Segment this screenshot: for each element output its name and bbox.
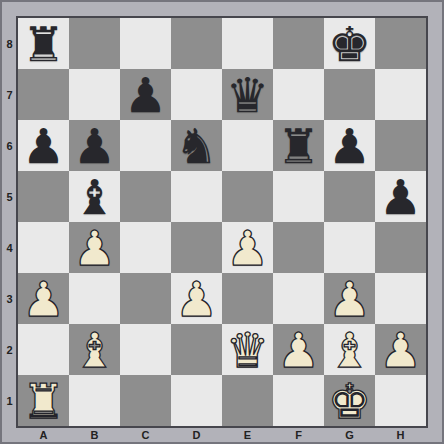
- square-a6[interactable]: ♟: [18, 120, 69, 171]
- square-a3[interactable]: ♟: [18, 273, 69, 324]
- square-g3[interactable]: ♟: [324, 273, 375, 324]
- square-d7[interactable]: [171, 69, 222, 120]
- piece-black-pawn[interactable]: ♟: [328, 121, 371, 171]
- file-label-b: B: [69, 427, 120, 442]
- square-b3[interactable]: [69, 273, 120, 324]
- square-g6[interactable]: ♟: [324, 120, 375, 171]
- rank-label-6: 6: [3, 120, 16, 171]
- file-label-c: C: [120, 427, 171, 442]
- square-b7[interactable]: [69, 69, 120, 120]
- rank-label-2: 2: [3, 324, 16, 375]
- square-c8[interactable]: [120, 18, 171, 69]
- piece-white-bishop[interactable]: ♝: [328, 325, 371, 375]
- piece-white-pawn[interactable]: ♟: [73, 223, 116, 273]
- piece-black-pawn[interactable]: ♟: [73, 121, 116, 171]
- square-e1[interactable]: [222, 375, 273, 426]
- rank-label-4: 4: [3, 222, 16, 273]
- square-e6[interactable]: [222, 120, 273, 171]
- square-f5[interactable]: [273, 171, 324, 222]
- square-c7[interactable]: ♟: [120, 69, 171, 120]
- piece-black-bishop[interactable]: ♝: [73, 172, 116, 222]
- square-e4[interactable]: ♟: [222, 222, 273, 273]
- chess-diagram: ♜♚♟♛♟♟♞♜♟♝♟♟♟♟♟♟♝♛♟♝♟♜♚ 87654321 ABCDEFG…: [0, 0, 444, 444]
- square-a2[interactable]: [18, 324, 69, 375]
- piece-white-bishop[interactable]: ♝: [73, 325, 116, 375]
- square-a5[interactable]: [18, 171, 69, 222]
- piece-white-pawn[interactable]: ♟: [226, 223, 269, 273]
- piece-white-king[interactable]: ♚: [328, 376, 371, 426]
- square-b5[interactable]: ♝: [69, 171, 120, 222]
- square-b6[interactable]: ♟: [69, 120, 120, 171]
- file-label-g: G: [324, 427, 375, 442]
- square-a8[interactable]: ♜: [18, 18, 69, 69]
- square-g4[interactable]: [324, 222, 375, 273]
- piece-black-rook[interactable]: ♜: [277, 121, 320, 171]
- square-h6[interactable]: [375, 120, 426, 171]
- piece-black-queen[interactable]: ♛: [226, 70, 269, 120]
- square-d2[interactable]: [171, 324, 222, 375]
- square-g1[interactable]: ♚: [324, 375, 375, 426]
- rank-label-5: 5: [3, 171, 16, 222]
- square-b1[interactable]: [69, 375, 120, 426]
- square-c6[interactable]: [120, 120, 171, 171]
- rank-label-7: 7: [3, 69, 16, 120]
- piece-black-pawn[interactable]: ♟: [124, 70, 167, 120]
- square-b4[interactable]: ♟: [69, 222, 120, 273]
- square-d6[interactable]: ♞: [171, 120, 222, 171]
- square-c3[interactable]: [120, 273, 171, 324]
- square-h7[interactable]: [375, 69, 426, 120]
- square-d3[interactable]: ♟: [171, 273, 222, 324]
- square-b8[interactable]: [69, 18, 120, 69]
- square-h4[interactable]: [375, 222, 426, 273]
- square-c2[interactable]: [120, 324, 171, 375]
- square-f1[interactable]: [273, 375, 324, 426]
- square-f8[interactable]: [273, 18, 324, 69]
- piece-black-pawn[interactable]: ♟: [22, 121, 65, 171]
- file-label-e: E: [222, 427, 273, 442]
- square-d1[interactable]: [171, 375, 222, 426]
- square-d5[interactable]: [171, 171, 222, 222]
- rank-label-8: 8: [3, 18, 16, 69]
- piece-white-pawn[interactable]: ♟: [328, 274, 371, 324]
- square-e3[interactable]: [222, 273, 273, 324]
- rank-label-1: 1: [3, 375, 16, 426]
- piece-black-knight[interactable]: ♞: [175, 121, 218, 171]
- square-g2[interactable]: ♝: [324, 324, 375, 375]
- square-c5[interactable]: [120, 171, 171, 222]
- rank-label-3: 3: [3, 273, 16, 324]
- square-g8[interactable]: ♚: [324, 18, 375, 69]
- square-e5[interactable]: [222, 171, 273, 222]
- piece-white-pawn[interactable]: ♟: [22, 274, 65, 324]
- square-g7[interactable]: [324, 69, 375, 120]
- square-d4[interactable]: [171, 222, 222, 273]
- file-label-f: F: [273, 427, 324, 442]
- square-f4[interactable]: [273, 222, 324, 273]
- square-f7[interactable]: [273, 69, 324, 120]
- square-e2[interactable]: ♛: [222, 324, 273, 375]
- square-d8[interactable]: [171, 18, 222, 69]
- square-f2[interactable]: ♟: [273, 324, 324, 375]
- square-a4[interactable]: [18, 222, 69, 273]
- square-h8[interactable]: [375, 18, 426, 69]
- square-h5[interactable]: ♟: [375, 171, 426, 222]
- piece-white-pawn[interactable]: ♟: [277, 325, 320, 375]
- square-h3[interactable]: [375, 273, 426, 324]
- square-f3[interactable]: [273, 273, 324, 324]
- file-label-d: D: [171, 427, 222, 442]
- square-f6[interactable]: ♜: [273, 120, 324, 171]
- square-c4[interactable]: [120, 222, 171, 273]
- square-g5[interactable]: [324, 171, 375, 222]
- square-e7[interactable]: ♛: [222, 69, 273, 120]
- piece-white-pawn[interactable]: ♟: [379, 325, 422, 375]
- piece-white-queen[interactable]: ♛: [226, 325, 269, 375]
- square-a7[interactable]: [18, 69, 69, 120]
- square-e8[interactable]: [222, 18, 273, 69]
- piece-black-king[interactable]: ♚: [328, 19, 371, 69]
- file-label-h: H: [375, 427, 426, 442]
- square-b2[interactable]: ♝: [69, 324, 120, 375]
- piece-white-rook[interactable]: ♜: [22, 376, 65, 426]
- square-a1[interactable]: ♜: [18, 375, 69, 426]
- square-c1[interactable]: [120, 375, 171, 426]
- square-h2[interactable]: ♟: [375, 324, 426, 375]
- piece-black-rook[interactable]: ♜: [22, 19, 65, 69]
- square-h1[interactable]: [375, 375, 426, 426]
- piece-white-pawn[interactable]: ♟: [175, 274, 218, 324]
- file-label-a: A: [18, 427, 69, 442]
- piece-black-pawn[interactable]: ♟: [379, 172, 422, 222]
- chess-board: ♜♚♟♛♟♟♞♜♟♝♟♟♟♟♟♟♝♛♟♝♟♜♚: [18, 18, 426, 426]
